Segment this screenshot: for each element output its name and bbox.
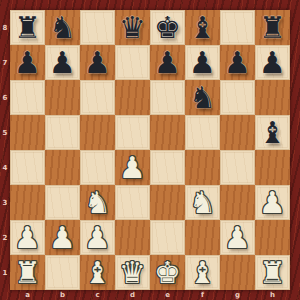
file-label-e: e xyxy=(150,290,185,300)
piece-black-pawn: ♟ xyxy=(224,45,251,80)
square-e8[interactable]: ♚ xyxy=(150,10,185,45)
square-f5[interactable] xyxy=(185,115,220,150)
square-a2[interactable]: ♟ xyxy=(10,220,45,255)
square-h6[interactable] xyxy=(255,80,290,115)
piece-white-pawn: ♟ xyxy=(119,150,146,185)
square-a8[interactable]: ♜ xyxy=(10,10,45,45)
rank-label-3: 3 xyxy=(0,185,10,220)
square-d3[interactable] xyxy=(115,185,150,220)
square-c5[interactable] xyxy=(80,115,115,150)
square-b8[interactable]: ♞ xyxy=(45,10,80,45)
square-b6[interactable] xyxy=(45,80,80,115)
file-label-g: g xyxy=(220,290,255,300)
square-g4[interactable] xyxy=(220,150,255,185)
rank-label-1: 1 xyxy=(0,255,10,290)
square-d4[interactable]: ♟ xyxy=(115,150,150,185)
piece-white-pawn: ♟ xyxy=(49,220,76,255)
rank-label-4: 4 xyxy=(0,150,10,185)
file-label-f: f xyxy=(185,290,220,300)
file-label-c: c xyxy=(80,290,115,300)
square-c2[interactable]: ♟ xyxy=(80,220,115,255)
piece-white-pawn: ♟ xyxy=(259,185,286,220)
file-label-h: h xyxy=(255,290,290,300)
square-e6[interactable] xyxy=(150,80,185,115)
square-g6[interactable] xyxy=(220,80,255,115)
piece-black-pawn: ♟ xyxy=(154,45,181,80)
square-a5[interactable] xyxy=(10,115,45,150)
square-e4[interactable] xyxy=(150,150,185,185)
file-label-b: b xyxy=(45,290,80,300)
chess-board-frame: 87654321 abcdefgh ♜♞♛♚♝♜♟♟♟♟♟♟♟♞♝♟♞♞♟♟♟♟… xyxy=(0,0,300,300)
piece-white-bishop: ♝ xyxy=(189,255,216,290)
square-d8[interactable]: ♛ xyxy=(115,10,150,45)
square-e1[interactable]: ♚ xyxy=(150,255,185,290)
piece-black-pawn: ♟ xyxy=(14,45,41,80)
piece-black-bishop: ♝ xyxy=(189,10,216,45)
square-c3[interactable]: ♞ xyxy=(80,185,115,220)
square-g1[interactable] xyxy=(220,255,255,290)
piece-white-rook: ♜ xyxy=(14,255,41,290)
square-c6[interactable] xyxy=(80,80,115,115)
square-a7[interactable]: ♟ xyxy=(10,45,45,80)
chess-board: ♜♞♛♚♝♜♟♟♟♟♟♟♟♞♝♟♞♞♟♟♟♟♟♜♝♛♚♝♜ xyxy=(10,10,290,290)
file-label-d: d xyxy=(115,290,150,300)
square-g5[interactable] xyxy=(220,115,255,150)
piece-black-king: ♚ xyxy=(154,10,181,45)
piece-white-rook: ♜ xyxy=(259,255,286,290)
piece-black-rook: ♜ xyxy=(259,10,286,45)
square-b7[interactable]: ♟ xyxy=(45,45,80,80)
square-f8[interactable]: ♝ xyxy=(185,10,220,45)
piece-black-knight: ♞ xyxy=(49,10,76,45)
piece-white-pawn: ♟ xyxy=(14,220,41,255)
file-labels: abcdefgh xyxy=(10,290,290,300)
square-b1[interactable] xyxy=(45,255,80,290)
square-a6[interactable] xyxy=(10,80,45,115)
piece-white-king: ♚ xyxy=(154,255,181,290)
square-h7[interactable]: ♟ xyxy=(255,45,290,80)
piece-white-knight: ♞ xyxy=(189,185,216,220)
square-g2[interactable]: ♟ xyxy=(220,220,255,255)
square-g8[interactable] xyxy=(220,10,255,45)
square-h3[interactable]: ♟ xyxy=(255,185,290,220)
square-d7[interactable] xyxy=(115,45,150,80)
square-g3[interactable] xyxy=(220,185,255,220)
piece-white-pawn: ♟ xyxy=(84,220,111,255)
rank-label-2: 2 xyxy=(0,220,10,255)
square-b2[interactable]: ♟ xyxy=(45,220,80,255)
rank-label-7: 7 xyxy=(0,45,10,80)
square-a4[interactable] xyxy=(10,150,45,185)
square-h2[interactable] xyxy=(255,220,290,255)
piece-black-pawn: ♟ xyxy=(189,45,216,80)
square-b3[interactable] xyxy=(45,185,80,220)
square-a1[interactable]: ♜ xyxy=(10,255,45,290)
file-label-a: a xyxy=(10,290,45,300)
piece-black-rook: ♜ xyxy=(14,10,41,45)
square-b5[interactable] xyxy=(45,115,80,150)
square-d1[interactable]: ♛ xyxy=(115,255,150,290)
square-c1[interactable]: ♝ xyxy=(80,255,115,290)
square-e7[interactable]: ♟ xyxy=(150,45,185,80)
square-d6[interactable] xyxy=(115,80,150,115)
piece-white-knight: ♞ xyxy=(84,185,111,220)
square-b4[interactable] xyxy=(45,150,80,185)
square-h8[interactable]: ♜ xyxy=(255,10,290,45)
piece-black-pawn: ♟ xyxy=(49,45,76,80)
square-f1[interactable]: ♝ xyxy=(185,255,220,290)
square-f3[interactable]: ♞ xyxy=(185,185,220,220)
rank-label-8: 8 xyxy=(0,10,10,45)
rank-label-5: 5 xyxy=(0,115,10,150)
square-h1[interactable]: ♜ xyxy=(255,255,290,290)
square-d2[interactable] xyxy=(115,220,150,255)
square-h5[interactable]: ♝ xyxy=(255,115,290,150)
piece-white-pawn: ♟ xyxy=(224,220,251,255)
square-c8[interactable] xyxy=(80,10,115,45)
piece-black-knight: ♞ xyxy=(189,80,216,115)
piece-black-pawn: ♟ xyxy=(84,45,111,80)
square-e5[interactable] xyxy=(150,115,185,150)
square-c4[interactable] xyxy=(80,150,115,185)
square-f2[interactable] xyxy=(185,220,220,255)
piece-white-queen: ♛ xyxy=(119,255,146,290)
piece-black-queen: ♛ xyxy=(119,10,146,45)
rank-label-6: 6 xyxy=(0,80,10,115)
rank-labels: 87654321 xyxy=(0,10,10,290)
square-h4[interactable] xyxy=(255,150,290,185)
square-c7[interactable]: ♟ xyxy=(80,45,115,80)
piece-white-bishop: ♝ xyxy=(84,255,111,290)
square-f4[interactable] xyxy=(185,150,220,185)
piece-black-pawn: ♟ xyxy=(259,45,286,80)
piece-black-bishop: ♝ xyxy=(259,115,286,150)
square-a3[interactable] xyxy=(10,185,45,220)
square-e3[interactable] xyxy=(150,185,185,220)
square-g7[interactable]: ♟ xyxy=(220,45,255,80)
square-f6[interactable]: ♞ xyxy=(185,80,220,115)
square-e2[interactable] xyxy=(150,220,185,255)
square-f7[interactable]: ♟ xyxy=(185,45,220,80)
square-d5[interactable] xyxy=(115,115,150,150)
